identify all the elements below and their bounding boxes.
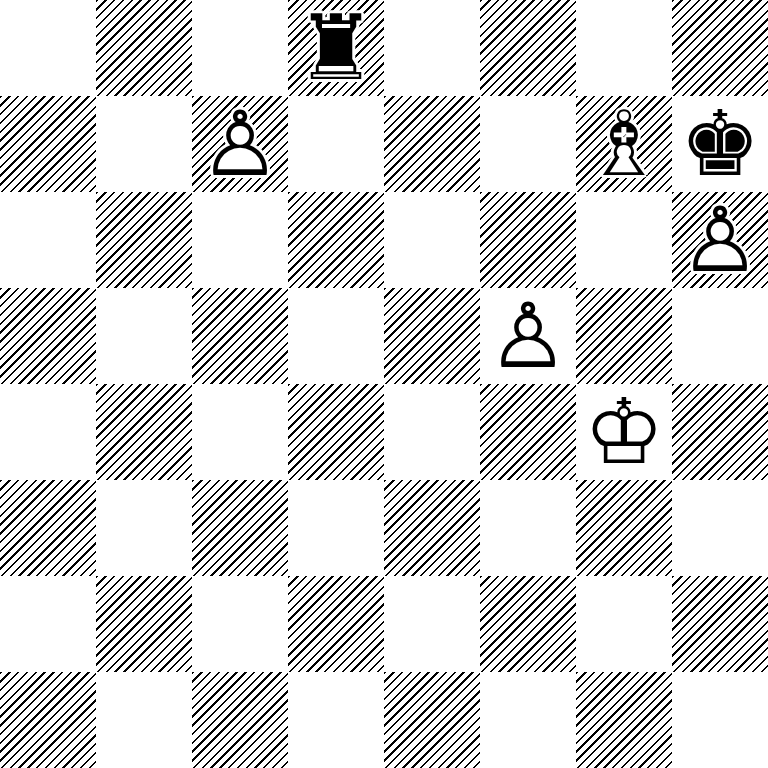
square-b4[interactable] (96, 384, 192, 480)
square-h3[interactable] (672, 480, 768, 576)
square-h7[interactable]: ♚♚ (672, 96, 768, 192)
square-e6[interactable] (384, 192, 480, 288)
chess-board: ♜♜♟♙♝♗♚♚♟♙♟♙♚♔ (0, 0, 768, 768)
square-c3[interactable] (192, 480, 288, 576)
square-h5[interactable] (672, 288, 768, 384)
square-a1[interactable] (0, 672, 96, 768)
square-b8[interactable] (96, 0, 192, 96)
white-pawn[interactable]: ♙ (672, 192, 768, 288)
square-d7[interactable] (288, 96, 384, 192)
black-king[interactable]: ♚ (672, 96, 768, 192)
square-a4[interactable] (0, 384, 96, 480)
square-g2[interactable] (576, 576, 672, 672)
square-f4[interactable] (480, 384, 576, 480)
square-a7[interactable] (0, 96, 96, 192)
square-e7[interactable] (384, 96, 480, 192)
square-d8[interactable]: ♜♜ (288, 0, 384, 96)
square-b6[interactable] (96, 192, 192, 288)
square-a6[interactable] (0, 192, 96, 288)
square-d3[interactable] (288, 480, 384, 576)
square-g8[interactable] (576, 0, 672, 96)
square-c5[interactable] (192, 288, 288, 384)
square-f1[interactable] (480, 672, 576, 768)
white-bishop[interactable]: ♗ (576, 96, 672, 192)
square-c1[interactable] (192, 672, 288, 768)
square-a2[interactable] (0, 576, 96, 672)
square-c6[interactable] (192, 192, 288, 288)
square-e4[interactable] (384, 384, 480, 480)
square-d6[interactable] (288, 192, 384, 288)
square-h2[interactable] (672, 576, 768, 672)
square-h1[interactable] (672, 672, 768, 768)
square-b2[interactable] (96, 576, 192, 672)
square-f6[interactable] (480, 192, 576, 288)
square-g5[interactable] (576, 288, 672, 384)
square-g6[interactable] (576, 192, 672, 288)
square-g7[interactable]: ♝♗ (576, 96, 672, 192)
square-h6[interactable]: ♟♙ (672, 192, 768, 288)
square-f2[interactable] (480, 576, 576, 672)
square-a5[interactable] (0, 288, 96, 384)
square-f7[interactable] (480, 96, 576, 192)
square-e1[interactable] (384, 672, 480, 768)
square-b7[interactable] (96, 96, 192, 192)
square-d1[interactable] (288, 672, 384, 768)
white-pawn[interactable]: ♙ (480, 288, 576, 384)
square-g1[interactable] (576, 672, 672, 768)
square-h8[interactable] (672, 0, 768, 96)
square-e2[interactable] (384, 576, 480, 672)
square-b3[interactable] (96, 480, 192, 576)
square-d2[interactable] (288, 576, 384, 672)
square-e8[interactable] (384, 0, 480, 96)
square-c8[interactable] (192, 0, 288, 96)
square-f8[interactable] (480, 0, 576, 96)
square-g4[interactable]: ♚♔ (576, 384, 672, 480)
square-f5[interactable]: ♟♙ (480, 288, 576, 384)
square-b5[interactable] (96, 288, 192, 384)
square-c7[interactable]: ♟♙ (192, 96, 288, 192)
square-c2[interactable] (192, 576, 288, 672)
square-d4[interactable] (288, 384, 384, 480)
square-d5[interactable] (288, 288, 384, 384)
square-a3[interactable] (0, 480, 96, 576)
black-rook[interactable]: ♜ (288, 0, 384, 96)
square-g3[interactable] (576, 480, 672, 576)
square-e5[interactable] (384, 288, 480, 384)
square-f3[interactable] (480, 480, 576, 576)
white-pawn[interactable]: ♙ (192, 96, 288, 192)
square-h4[interactable] (672, 384, 768, 480)
square-a8[interactable] (0, 0, 96, 96)
square-c4[interactable] (192, 384, 288, 480)
square-e3[interactable] (384, 480, 480, 576)
white-king[interactable]: ♔ (576, 384, 672, 480)
square-b1[interactable] (96, 672, 192, 768)
